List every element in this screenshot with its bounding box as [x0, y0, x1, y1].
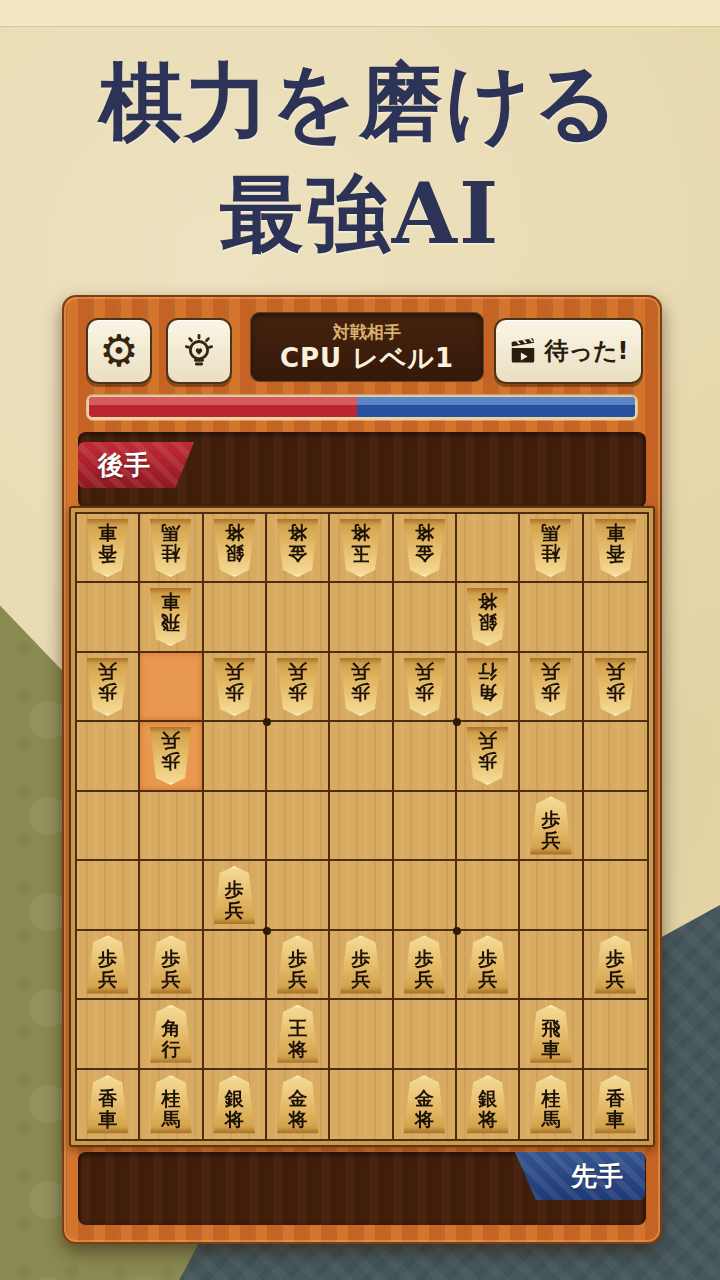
opponent-panel: 対戦相手 CPU レベル1 [250, 312, 484, 382]
board-cell[interactable]: 歩兵 [457, 722, 520, 791]
shogi-piece-sente[interactable]: 飛車 [527, 1005, 574, 1063]
shogi-board-grid: 香車桂馬銀将金将玉将金将桂馬香車飛車銀将歩兵歩兵歩兵歩兵歩兵角行歩兵歩兵歩兵歩兵… [77, 514, 647, 1139]
shogi-piece-sente[interactable]: 歩兵 [211, 866, 258, 924]
shogi-piece-gote[interactable]: 玉将 [337, 519, 384, 577]
advantage-bar-gote [89, 397, 357, 417]
gote-label: 後手 [98, 448, 150, 483]
board-cell[interactable]: 香車 [584, 514, 647, 583]
board-cell[interactable] [394, 861, 457, 930]
board-cell[interactable] [204, 1000, 267, 1069]
board-cell[interactable] [330, 1000, 393, 1069]
opponent-name: CPU レベル1 [280, 343, 454, 373]
board-cell[interactable] [140, 861, 203, 930]
shogi-piece-sente[interactable]: 王将 [274, 1005, 321, 1063]
board-cell[interactable] [520, 931, 583, 1000]
star-point [453, 927, 461, 935]
board-cell[interactable] [520, 861, 583, 930]
board-cell[interactable]: 角行 [457, 653, 520, 722]
shogi-piece-gote[interactable]: 歩兵 [84, 658, 131, 716]
board-cell[interactable]: 歩兵 [520, 653, 583, 722]
board-cell[interactable]: 歩兵 [140, 931, 203, 1000]
board-cell[interactable]: 金将 [267, 514, 330, 583]
board-cell[interactable] [267, 583, 330, 652]
shogi-piece-sente[interactable]: 歩兵 [592, 935, 639, 993]
shogi-piece-sente[interactable]: 香車 [592, 1075, 639, 1133]
board-cell[interactable]: 王将 [267, 1000, 330, 1069]
shogi-piece-sente[interactable]: 桂馬 [527, 1075, 574, 1133]
shogi-piece-sente[interactable]: 歩兵 [337, 935, 384, 993]
board-cell[interactable] [520, 722, 583, 791]
shogi-piece-gote[interactable]: 歩兵 [401, 658, 448, 716]
board-cell[interactable]: 歩兵 [267, 653, 330, 722]
board-cell[interactable] [140, 653, 203, 722]
board-cell[interactable]: 歩兵 [584, 653, 647, 722]
board-cell[interactable]: 歩兵 [520, 792, 583, 861]
board-cell[interactable]: 銀将 [457, 1070, 520, 1139]
board-cell[interactable] [267, 722, 330, 791]
board-cell[interactable] [330, 861, 393, 930]
board-cell[interactable] [394, 1000, 457, 1069]
board-cell[interactable] [457, 861, 520, 930]
board-cell[interactable] [330, 583, 393, 652]
board-cell[interactable] [520, 583, 583, 652]
board-cell[interactable] [457, 1000, 520, 1069]
shogi-piece-gote[interactable]: 香車 [592, 519, 639, 577]
app-screen: 棋力を磨ける 最強AI ⚙ 対戦相手 CPU レベル1 [0, 0, 720, 1280]
shogi-piece-sente[interactable]: 歩兵 [464, 935, 511, 993]
title-line-2: 最強AI [0, 158, 720, 270]
game-panel: ⚙ 対戦相手 CPU レベル1 待った! [62, 295, 662, 1244]
gote-badge: 後手 [78, 442, 194, 488]
undo-button[interactable]: 待った! [494, 318, 643, 384]
board-cell[interactable]: 歩兵 [204, 861, 267, 930]
board-cell[interactable] [330, 792, 393, 861]
star-point [263, 718, 271, 726]
board-cell[interactable]: 金将 [394, 1070, 457, 1139]
board-cell[interactable]: 桂馬 [520, 1070, 583, 1139]
board-cell[interactable]: 飛車 [520, 1000, 583, 1069]
shogi-piece-sente[interactable]: 角行 [147, 1005, 194, 1063]
title-line-1: 棋力を磨ける [0, 46, 720, 158]
shogi-piece-gote[interactable]: 桂馬 [147, 519, 194, 577]
opponent-label: 対戦相手 [333, 321, 401, 343]
board-cell[interactable] [394, 583, 457, 652]
board-cell[interactable]: 桂馬 [140, 514, 203, 583]
board-cell[interactable] [204, 583, 267, 652]
shogi-piece-gote[interactable]: 金将 [274, 519, 321, 577]
undo-button-label: 待った! [544, 335, 628, 367]
shogi-piece-gote[interactable]: 歩兵 [527, 658, 574, 716]
shogi-piece-gote[interactable]: 桂馬 [527, 519, 574, 577]
board-cell[interactable]: 香車 [77, 514, 140, 583]
board-cell[interactable]: 歩兵 [77, 931, 140, 1000]
board-cell[interactable]: 歩兵 [330, 931, 393, 1000]
board-cell[interactable] [394, 792, 457, 861]
lightbulb-icon [179, 331, 219, 371]
advantage-bar-sente [357, 397, 635, 417]
board-cell[interactable]: 香車 [584, 1070, 647, 1139]
shogi-piece-sente[interactable]: 歩兵 [84, 935, 131, 993]
board-cell[interactable] [267, 792, 330, 861]
top-strip [0, 0, 720, 27]
clapperboard-icon [508, 336, 538, 366]
board-cell[interactable] [204, 792, 267, 861]
board-cell[interactable]: 銀将 [457, 583, 520, 652]
board-cell[interactable] [584, 861, 647, 930]
board-cell[interactable]: 歩兵 [204, 653, 267, 722]
shogi-piece-gote[interactable]: 歩兵 [592, 658, 639, 716]
shogi-piece-gote[interactable]: 銀将 [464, 588, 511, 646]
shogi-piece-gote[interactable]: 歩兵 [211, 658, 258, 716]
board-cell[interactable]: 角行 [140, 1000, 203, 1069]
board-cell[interactable] [457, 792, 520, 861]
board-cell[interactable]: 歩兵 [394, 653, 457, 722]
star-point [453, 718, 461, 726]
shogi-piece-sente[interactable]: 銀将 [464, 1075, 511, 1133]
board-cell[interactable] [394, 722, 457, 791]
shogi-board: 香車桂馬銀将金将玉将金将桂馬香車飛車銀将歩兵歩兵歩兵歩兵歩兵角行歩兵歩兵歩兵歩兵… [69, 506, 655, 1147]
board-cell[interactable]: 飛車 [140, 583, 203, 652]
shogi-piece-gote[interactable]: 飛車 [147, 588, 194, 646]
settings-button[interactable]: ⚙ [86, 318, 152, 384]
shogi-piece-gote[interactable]: 歩兵 [147, 727, 194, 785]
shogi-piece-gote[interactable]: 金将 [401, 519, 448, 577]
board-cell[interactable] [584, 792, 647, 861]
board-cell[interactable]: 歩兵 [330, 653, 393, 722]
board-cell[interactable] [77, 722, 140, 791]
shogi-piece-sente[interactable]: 歩兵 [401, 935, 448, 993]
board-cell[interactable]: 歩兵 [140, 722, 203, 791]
star-point [263, 927, 271, 935]
shogi-piece-sente[interactable]: 金将 [401, 1075, 448, 1133]
board-cell[interactable]: 金将 [394, 514, 457, 583]
board-cell[interactable]: 桂馬 [520, 514, 583, 583]
shogi-piece-gote[interactable]: 歩兵 [464, 727, 511, 785]
board-cell[interactable]: 金将 [267, 1070, 330, 1139]
gear-icon: ⚙ [99, 329, 138, 373]
board-cell[interactable]: 歩兵 [457, 931, 520, 1000]
board-cell[interactable]: 玉将 [330, 514, 393, 583]
shogi-piece-gote[interactable]: 角行 [464, 658, 511, 716]
board-cell[interactable]: 歩兵 [394, 931, 457, 1000]
shogi-piece-sente[interactable]: 歩兵 [527, 796, 574, 854]
shogi-piece-sente[interactable]: 金将 [274, 1075, 321, 1133]
board-cell[interactable] [77, 583, 140, 652]
board-cell[interactable] [330, 722, 393, 791]
shogi-piece-gote[interactable]: 歩兵 [274, 658, 321, 716]
shogi-piece-sente[interactable]: 歩兵 [274, 935, 321, 993]
hint-button[interactable] [166, 318, 232, 384]
sente-label: 先手 [571, 1159, 623, 1194]
board-cell[interactable]: 歩兵 [267, 931, 330, 1000]
board-cell[interactable] [584, 1000, 647, 1069]
advantage-bar [86, 394, 638, 420]
shogi-piece-sente[interactable]: 銀将 [211, 1075, 258, 1133]
board-cell[interactable] [457, 514, 520, 583]
board-cell[interactable]: 歩兵 [584, 931, 647, 1000]
board-cell[interactable] [77, 1000, 140, 1069]
page-title: 棋力を磨ける 最強AI [0, 46, 720, 270]
board-cell[interactable] [140, 792, 203, 861]
shogi-piece-sente[interactable]: 桂馬 [147, 1075, 194, 1133]
board-cell[interactable] [77, 861, 140, 930]
board-cell[interactable] [330, 1070, 393, 1139]
board-cell[interactable] [267, 861, 330, 930]
shogi-board-inner: 香車桂馬銀将金将玉将金将桂馬香車飛車銀将歩兵歩兵歩兵歩兵歩兵角行歩兵歩兵歩兵歩兵… [75, 512, 649, 1141]
shogi-piece-sente[interactable]: 歩兵 [147, 935, 194, 993]
board-cell[interactable] [204, 931, 267, 1000]
board-cell[interactable] [77, 792, 140, 861]
shogi-piece-sente[interactable]: 香車 [84, 1075, 131, 1133]
board-cell[interactable] [584, 722, 647, 791]
shogi-piece-gote[interactable]: 銀将 [211, 519, 258, 577]
board-cell[interactable] [204, 722, 267, 791]
board-cell[interactable] [584, 583, 647, 652]
board-cell[interactable]: 銀将 [204, 514, 267, 583]
shogi-piece-gote[interactable]: 香車 [84, 519, 131, 577]
board-cell[interactable]: 歩兵 [77, 653, 140, 722]
sente-badge: 先手 [515, 1152, 645, 1200]
board-cell[interactable]: 銀将 [204, 1070, 267, 1139]
board-cell[interactable]: 香車 [77, 1070, 140, 1139]
shogi-piece-gote[interactable]: 歩兵 [337, 658, 384, 716]
board-cell[interactable]: 桂馬 [140, 1070, 203, 1139]
